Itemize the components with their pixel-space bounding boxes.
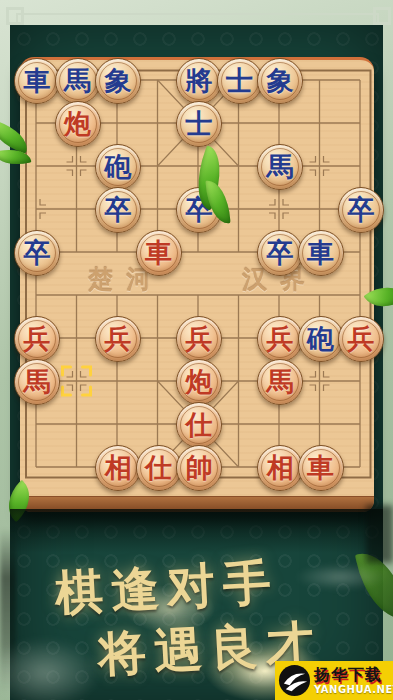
piece-glyph: 將 — [186, 67, 213, 94]
piece-red-chariot[interactable]: 車 — [136, 230, 182, 276]
piece-black-soldier[interactable]: 卒 — [14, 230, 60, 276]
piece-glyph: 卒 — [24, 239, 51, 266]
piece-black-horse[interactable]: 馬 — [257, 144, 303, 190]
piece-glyph: 兵 — [24, 325, 51, 352]
piece-glyph: 兵 — [105, 325, 132, 352]
piece-red-advisor[interactable]: 仕 — [136, 445, 182, 491]
watermark-logo: 扬华下载 YANGHUA.NET — [275, 661, 393, 700]
piece-glyph: 炮 — [186, 368, 213, 395]
piece-glyph: 卒 — [105, 196, 132, 223]
piece-red-advisor[interactable]: 仕 — [176, 402, 222, 448]
frame-corner-square-right — [373, 7, 391, 25]
piece-glyph: 兵 — [267, 325, 294, 352]
piece-red-horse[interactable]: 馬 — [14, 359, 60, 405]
app-screen: 楚河 汉界 車馬象將士象炮士砲馬卒卒卒卒車卒車兵兵兵兵砲兵馬炮馬仕相仕帥相車 棋… — [0, 0, 393, 700]
piece-glyph: 兵 — [348, 325, 375, 352]
watermark-site: YANGHUA.NET — [314, 685, 393, 695]
piece-glyph: 仕 — [145, 454, 172, 481]
piece-red-horse[interactable]: 馬 — [257, 359, 303, 405]
piece-glyph: 兵 — [186, 325, 213, 352]
piece-glyph: 炮 — [64, 110, 91, 137]
watermark-title: 扬华下载 — [314, 667, 393, 683]
piece-black-soldier[interactable]: 卒 — [338, 187, 384, 233]
piece-red-general[interactable]: 帥 — [176, 445, 222, 491]
piece-black-soldier[interactable]: 卒 — [257, 230, 303, 276]
piece-black-soldier[interactable]: 卒 — [176, 187, 222, 233]
piece-glyph: 馬 — [24, 368, 51, 395]
piece-glyph: 相 — [105, 454, 132, 481]
piece-glyph: 仕 — [186, 411, 213, 438]
piece-red-soldier[interactable]: 兵 — [338, 316, 384, 362]
piece-red-cannon[interactable]: 炮 — [176, 359, 222, 405]
piece-black-elephant[interactable]: 象 — [257, 58, 303, 104]
piece-glyph: 馬 — [267, 368, 294, 395]
piece-red-elephant[interactable]: 相 — [95, 445, 141, 491]
piece-glyph: 帥 — [186, 454, 213, 481]
piece-red-soldier[interactable]: 兵 — [176, 316, 222, 362]
piece-glyph: 相 — [267, 454, 294, 481]
piece-glyph: 馬 — [64, 67, 91, 94]
piece-black-soldier[interactable]: 卒 — [95, 187, 141, 233]
yanghua-logo-icon — [278, 664, 311, 697]
piece-glyph: 車 — [145, 239, 172, 266]
piece-red-soldier[interactable]: 兵 — [14, 316, 60, 362]
piece-black-advisor[interactable]: 士 — [217, 58, 263, 104]
piece-red-cannon[interactable]: 炮 — [55, 101, 101, 147]
piece-glyph: 士 — [186, 110, 213, 137]
piece-black-cannon[interactable]: 砲 — [95, 144, 141, 190]
piece-glyph: 車 — [24, 67, 51, 94]
piece-glyph: 卒 — [348, 196, 375, 223]
piece-black-chariot[interactable]: 車 — [14, 58, 60, 104]
piece-glyph: 車 — [307, 239, 334, 266]
piece-black-advisor[interactable]: 士 — [176, 101, 222, 147]
piece-black-horse[interactable]: 馬 — [55, 58, 101, 104]
piece-red-soldier[interactable]: 兵 — [95, 316, 141, 362]
piece-glyph: 象 — [105, 67, 132, 94]
piece-glyph: 士 — [226, 67, 253, 94]
piece-red-chariot[interactable]: 車 — [298, 445, 344, 491]
piece-black-cannon[interactable]: 砲 — [298, 316, 344, 362]
piece-glyph: 砲 — [307, 325, 334, 352]
piece-red-elephant[interactable]: 相 — [257, 445, 303, 491]
piece-glyph: 砲 — [105, 153, 132, 180]
piece-glyph: 車 — [307, 454, 334, 481]
piece-glyph: 卒 — [186, 196, 213, 223]
piece-glyph: 卒 — [267, 239, 294, 266]
frame-corner-square-left — [6, 7, 24, 25]
piece-glyph: 象 — [267, 67, 294, 94]
piece-red-soldier[interactable]: 兵 — [257, 316, 303, 362]
piece-glyph: 馬 — [267, 153, 294, 180]
piece-black-chariot[interactable]: 車 — [298, 230, 344, 276]
piece-black-elephant[interactable]: 象 — [95, 58, 141, 104]
piece-black-general[interactable]: 將 — [176, 58, 222, 104]
